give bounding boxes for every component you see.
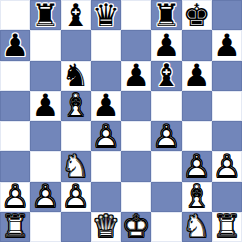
white-pawn-outline-icon: ♙ [61, 182, 91, 212]
square-g6[interactable]: ♟ [182, 61, 212, 91]
square-d4[interactable]: ♟♙ [91, 121, 121, 151]
square-f1[interactable] [151, 212, 181, 242]
square-f6[interactable]: ♝ [151, 61, 181, 91]
white-bishop-outline-icon: ♗ [61, 91, 91, 121]
piece-white-queen[interactable]: ♛♕ [91, 212, 121, 242]
white-pawn-outline-icon: ♙ [182, 151, 212, 181]
square-c3[interactable]: ♞♘ [61, 151, 91, 181]
black-pawn-icon: ♟ [182, 61, 212, 91]
piece-black-king[interactable]: ♚ [182, 0, 212, 30]
white-knight-outline-icon: ♘ [182, 212, 212, 242]
square-c1[interactable] [61, 212, 91, 242]
square-a8[interactable] [0, 0, 30, 30]
square-f3[interactable] [151, 151, 181, 181]
piece-white-pawn[interactable]: ♟♙ [212, 151, 242, 181]
black-queen-icon: ♛ [91, 0, 121, 30]
square-d5[interactable]: ♟ [91, 91, 121, 121]
square-c2[interactable]: ♟♙ [61, 182, 91, 212]
square-c4[interactable] [61, 121, 91, 151]
square-c7[interactable] [61, 30, 91, 60]
white-bishop-outline-icon: ♗ [182, 182, 212, 212]
square-g2[interactable]: ♝♗ [182, 182, 212, 212]
square-b1[interactable] [30, 212, 60, 242]
square-b8[interactable]: ♜ [30, 0, 60, 30]
square-c6[interactable]: ♞ [61, 61, 91, 91]
piece-black-pawn[interactable]: ♟ [182, 61, 212, 91]
square-a1[interactable]: ♜♖ [0, 212, 30, 242]
square-b3[interactable] [30, 151, 60, 181]
square-e7[interactable] [121, 30, 151, 60]
square-b2[interactable]: ♟♙ [30, 182, 60, 212]
piece-black-pawn[interactable]: ♟ [0, 30, 30, 60]
square-c8[interactable]: ♝ [61, 0, 91, 30]
square-e5[interactable] [121, 91, 151, 121]
black-pawn-icon: ♟ [121, 61, 151, 91]
white-pawn-outline-icon: ♙ [0, 182, 30, 212]
black-knight-icon: ♞ [61, 61, 91, 91]
square-f2[interactable] [151, 182, 181, 212]
square-a5[interactable] [0, 91, 30, 121]
white-queen-outline-icon: ♕ [91, 212, 121, 242]
piece-white-bishop[interactable]: ♝♗ [182, 182, 212, 212]
piece-black-pawn[interactable]: ♟ [151, 30, 181, 60]
piece-black-pawn[interactable]: ♟ [121, 61, 151, 91]
square-d7[interactable] [91, 30, 121, 60]
square-h7[interactable]: ♟ [212, 30, 242, 60]
square-b4[interactable] [30, 121, 60, 151]
square-h1[interactable]: ♜♖ [212, 212, 242, 242]
black-pawn-icon: ♟ [91, 91, 121, 121]
square-g3[interactable]: ♟♙ [182, 151, 212, 181]
square-a2[interactable]: ♟♙ [0, 182, 30, 212]
square-e2[interactable] [121, 182, 151, 212]
white-pawn-outline-icon: ♙ [212, 151, 242, 181]
square-d2[interactable] [91, 182, 121, 212]
square-h6[interactable] [212, 61, 242, 91]
piece-white-king[interactable]: ♚♔ [121, 212, 151, 242]
square-b5[interactable]: ♟ [30, 91, 60, 121]
piece-black-bishop[interactable]: ♝ [61, 0, 91, 30]
piece-black-pawn[interactable]: ♟ [212, 30, 242, 60]
white-pawn-outline-icon: ♙ [91, 121, 121, 151]
piece-white-knight[interactable]: ♞♘ [182, 212, 212, 242]
black-rook-icon: ♜ [151, 0, 181, 30]
square-c5[interactable]: ♝♗ [61, 91, 91, 121]
square-e1[interactable]: ♚♔ [121, 212, 151, 242]
white-pawn-outline-icon: ♙ [151, 121, 181, 151]
white-rook-outline-icon: ♖ [0, 212, 30, 242]
square-f8[interactable]: ♜ [151, 0, 181, 30]
square-h8[interactable] [212, 0, 242, 30]
square-h5[interactable] [212, 91, 242, 121]
square-e4[interactable] [121, 121, 151, 151]
square-d6[interactable] [91, 61, 121, 91]
square-h2[interactable] [212, 182, 242, 212]
piece-black-bishop[interactable]: ♝ [151, 61, 181, 91]
square-d8[interactable]: ♛ [91, 0, 121, 30]
piece-black-rook[interactable]: ♜ [30, 0, 60, 30]
square-d1[interactable]: ♛♕ [91, 212, 121, 242]
square-g1[interactable]: ♞♘ [182, 212, 212, 242]
piece-white-pawn[interactable]: ♟♙ [182, 151, 212, 181]
white-knight-outline-icon: ♘ [61, 151, 91, 181]
piece-black-rook[interactable]: ♜ [151, 0, 181, 30]
square-e8[interactable] [121, 0, 151, 30]
square-a7[interactable]: ♟ [0, 30, 30, 60]
piece-black-queen[interactable]: ♛ [91, 0, 121, 30]
piece-white-rook[interactable]: ♜♖ [212, 212, 242, 242]
black-pawn-icon: ♟ [0, 30, 30, 60]
white-rook-outline-icon: ♖ [212, 212, 242, 242]
white-king-outline-icon: ♔ [121, 212, 151, 242]
black-pawn-icon: ♟ [151, 30, 181, 60]
piece-white-pawn[interactable]: ♟♙ [61, 182, 91, 212]
piece-black-knight[interactable]: ♞ [61, 61, 91, 91]
square-g7[interactable] [182, 30, 212, 60]
square-e3[interactable] [121, 151, 151, 181]
piece-white-pawn[interactable]: ♟♙ [30, 182, 60, 212]
square-g5[interactable] [182, 91, 212, 121]
chess-board: ♜♝♛♜♚♟♟♟♞♟♝♟♟♝♗♟♟♙♟♙♞♘♟♙♟♙♟♙♟♙♟♙♝♗♜♖♛♕♚♔… [0, 0, 242, 242]
piece-white-pawn[interactable]: ♟♙ [0, 182, 30, 212]
square-b7[interactable] [30, 30, 60, 60]
square-b6[interactable] [30, 61, 60, 91]
square-f5[interactable] [151, 91, 181, 121]
piece-black-pawn[interactable]: ♟ [91, 91, 121, 121]
black-king-icon: ♚ [182, 0, 212, 30]
square-a3[interactable] [0, 151, 30, 181]
square-f7[interactable]: ♟ [151, 30, 181, 60]
black-pawn-icon: ♟ [30, 91, 60, 121]
square-h3[interactable]: ♟♙ [212, 151, 242, 181]
piece-white-rook[interactable]: ♜♖ [0, 212, 30, 242]
black-bishop-icon: ♝ [151, 61, 181, 91]
black-pawn-icon: ♟ [212, 30, 242, 60]
square-a6[interactable] [0, 61, 30, 91]
black-bishop-icon: ♝ [61, 0, 91, 30]
square-f4[interactable]: ♟♙ [151, 121, 181, 151]
black-rook-icon: ♜ [30, 0, 60, 30]
square-h4[interactable] [212, 121, 242, 151]
piece-black-pawn[interactable]: ♟ [30, 91, 60, 121]
square-g8[interactable]: ♚ [182, 0, 212, 30]
piece-white-pawn[interactable]: ♟♙ [91, 121, 121, 151]
piece-white-knight[interactable]: ♞♘ [61, 151, 91, 181]
square-a4[interactable] [0, 121, 30, 151]
white-pawn-outline-icon: ♙ [30, 182, 60, 212]
square-d3[interactable] [91, 151, 121, 181]
piece-white-bishop[interactable]: ♝♗ [61, 91, 91, 121]
square-e6[interactable]: ♟ [121, 61, 151, 91]
piece-white-pawn[interactable]: ♟♙ [151, 121, 181, 151]
square-g4[interactable] [182, 121, 212, 151]
